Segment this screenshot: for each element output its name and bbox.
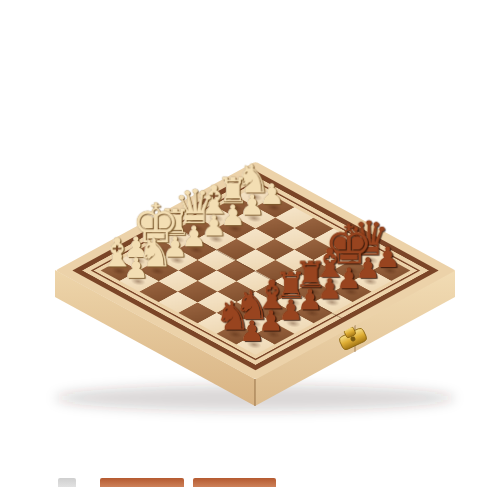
- dark-pawn: ♟: [222, 318, 282, 346]
- square-r8c2: ♟: [120, 270, 159, 291]
- thumbnail-red-1[interactable]: [100, 478, 184, 487]
- product-photo-page: { "game": "chess", "scene_description": …: [0, 0, 487, 487]
- thumbnail-gray[interactable]: [58, 478, 76, 487]
- square-r8c8: ♟: [236, 333, 275, 354]
- product-image[interactable]: ♞♟♛♟♜♟♚♟♝♟♝♟♛♟♜♟♜♟♜♟♚♟♝♟♟♞♞♟♝♟♞♟: [0, 0, 487, 487]
- light-pawn: ♟: [106, 254, 166, 282]
- thumbnail-red-2[interactable]: [193, 478, 276, 487]
